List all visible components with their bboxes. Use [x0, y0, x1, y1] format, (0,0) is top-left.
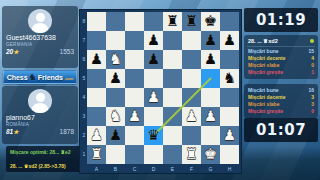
logo-text-friends: Friends [38, 74, 63, 81]
square-g2[interactable] [201, 126, 220, 145]
square-f5[interactable] [182, 69, 201, 88]
piece-black-g6[interactable]: ♟ [201, 50, 220, 69]
file-label-D: D [144, 165, 163, 173]
chessfriends-logo[interactable]: Chess ♞ Friends .com [3, 70, 77, 84]
file-label-B: B [106, 165, 125, 173]
piece-black-a6[interactable]: ♟ [87, 50, 106, 69]
piece-white-g1[interactable]: ♚ [201, 145, 220, 164]
move-header: 28. ... ♛xd2 [247, 37, 315, 47]
file-label-E: E [163, 165, 182, 173]
square-c5[interactable] [125, 69, 144, 88]
piece-white-c3[interactable]: ♟ [125, 107, 144, 126]
move-quality-dot [310, 39, 314, 43]
square-d2[interactable]: ♛ [144, 126, 163, 145]
square-e8[interactable]: ♜ [163, 12, 182, 31]
square-e3[interactable] [163, 107, 182, 126]
piece-white-d4[interactable]: ♟ [144, 88, 163, 107]
file-label-H: H [220, 165, 239, 173]
piece-black-d2[interactable]: ♛ [144, 126, 163, 145]
stat-row: Mișcări slabe0 [247, 62, 315, 69]
square-g5[interactable] [201, 69, 220, 88]
stat-row: Mișcări slabe3 [247, 101, 315, 108]
star-icon: ★ [13, 129, 18, 135]
square-h8[interactable] [220, 12, 239, 31]
square-f3[interactable]: ♟ [182, 107, 201, 126]
stat-row: Mișcări greșite0 [247, 108, 315, 115]
avatar-body-shape [32, 23, 48, 33]
square-h7[interactable]: ♟ [220, 31, 239, 50]
square-c1[interactable] [125, 145, 144, 164]
piece-black-h5[interactable]: ♞ [220, 69, 239, 88]
player-card-bottom: pianno67 ROMÂNIA 81★ 1878 [2, 86, 78, 144]
avatar [28, 9, 52, 33]
avatar-body-shape [32, 103, 48, 113]
square-f4[interactable] [182, 88, 201, 107]
logo-text-chess: Chess [7, 74, 28, 81]
piece-black-b2[interactable]: ♟ [106, 126, 125, 145]
last-move-text: 28. ... ♛xd2 [248, 38, 278, 44]
square-h1[interactable] [220, 145, 239, 164]
clock-bottom: 01:07 [244, 118, 318, 142]
square-b5[interactable]: ♟ [106, 69, 125, 88]
avatar-head-shape [36, 13, 45, 22]
piece-black-f8[interactable]: ♜ [182, 12, 201, 31]
square-d8[interactable] [144, 12, 163, 31]
square-f8[interactable]: ♜ [182, 12, 201, 31]
piece-white-h2[interactable]: ♟ [220, 126, 239, 145]
piece-white-f1[interactable]: ♜ [182, 145, 201, 164]
move-stats-top: 28. ... ♛xd2 Mișcări bune15Mișcări decen… [244, 35, 318, 79]
square-a3[interactable] [87, 107, 106, 126]
piece-white-a2[interactable]: ♟ [87, 126, 106, 145]
square-d1[interactable] [144, 145, 163, 164]
avatar-head-shape [36, 93, 45, 102]
square-b3[interactable]: ♞ [106, 107, 125, 126]
logo-text-com: .com [64, 76, 73, 81]
file-label-G: G [201, 165, 220, 173]
player-level: 81★ [6, 128, 19, 135]
square-d5[interactable] [144, 69, 163, 88]
square-a4[interactable] [87, 88, 106, 107]
piece-black-h7[interactable]: ♟ [220, 31, 239, 50]
square-d7[interactable]: ♟ [144, 31, 163, 50]
square-e5[interactable] [163, 69, 182, 88]
piece-black-g7[interactable]: ♟ [201, 31, 220, 50]
board-grid: ♜♜♚♟♟♟♟♞♟♟♟♞♟♞♟♟♟♟♟♛♟♜♜♚ [87, 12, 239, 164]
move-stats-bottom: Mișcări bune16Mișcări decente3Mișcări sl… [244, 84, 318, 118]
square-h3[interactable] [220, 107, 239, 126]
piece-black-b5[interactable]: ♟ [106, 69, 125, 88]
piece-white-a1[interactable]: ♜ [87, 145, 106, 164]
square-a5[interactable] [87, 69, 106, 88]
square-c4[interactable] [125, 88, 144, 107]
square-d3[interactable] [144, 107, 163, 126]
square-c3[interactable]: ♟ [125, 107, 144, 126]
square-b7[interactable] [106, 31, 125, 50]
piece-white-b3[interactable]: ♞ [106, 107, 125, 126]
square-d4[interactable]: ♟ [144, 88, 163, 107]
stats-bottom-rows: Mișcări bune16Mișcări decente3Mișcări sl… [247, 87, 315, 115]
star-icon: ★ [13, 49, 18, 55]
square-a7[interactable] [87, 31, 106, 50]
square-c6[interactable] [125, 50, 144, 69]
square-b6[interactable]: ♞ [106, 50, 125, 69]
stats-top-rows: Mișcări bune15Mișcări decente4Mișcări sl… [247, 48, 315, 76]
square-a2[interactable]: ♟ [87, 126, 106, 145]
player-card-top: Guest46637638 GERMANIA 20★ 1553 [2, 6, 78, 68]
square-b1[interactable] [106, 145, 125, 164]
square-c8[interactable] [125, 12, 144, 31]
square-e6[interactable] [163, 50, 182, 69]
square-e1[interactable] [163, 145, 182, 164]
square-h4[interactable] [220, 88, 239, 107]
file-label-F: F [182, 165, 201, 173]
square-g3[interactable]: ♟ [201, 107, 220, 126]
square-f6[interactable] [182, 50, 201, 69]
square-h5[interactable]: ♞ [220, 69, 239, 88]
square-e7[interactable] [163, 31, 182, 50]
square-f2[interactable] [182, 126, 201, 145]
square-f7[interactable] [182, 31, 201, 50]
piece-white-b6[interactable]: ♞ [106, 50, 125, 69]
piece-black-g8[interactable]: ♚ [201, 12, 220, 31]
stat-row: Mișcări greșite1 [247, 69, 315, 76]
piece-white-f3[interactable]: ♟ [182, 107, 201, 126]
file-label-C: C [125, 165, 144, 173]
square-g8[interactable]: ♚ [201, 12, 220, 31]
piece-black-e8[interactable]: ♜ [163, 12, 182, 31]
stat-row: Mișcări bune15 [247, 48, 315, 55]
chess-board: 87654321 ♜♜♚♟♟♟♟♞♟♟♟♞♟♞♟♟♟♟♟♛♟♜♜♚ ABCDEF… [79, 9, 242, 174]
player-rating: 1878 [60, 128, 74, 135]
square-b8[interactable] [106, 12, 125, 31]
stat-row: Mișcări decente4 [247, 55, 315, 62]
clock-top: 01:19 [244, 8, 318, 32]
square-a1[interactable]: ♜ [87, 145, 106, 164]
player-name: Guest46637638 [2, 34, 78, 41]
square-d6[interactable]: ♟ [144, 50, 163, 69]
player-level: 20★ [6, 48, 19, 55]
file-label-A: A [87, 165, 106, 173]
square-a6[interactable]: ♟ [87, 50, 106, 69]
player-rating: 1553 [60, 48, 74, 55]
square-h2[interactable]: ♟ [220, 126, 239, 145]
square-b2[interactable]: ♟ [106, 126, 125, 145]
square-a8[interactable] [87, 12, 106, 31]
knight-logo-icon: ♞ [29, 73, 37, 82]
app-window: Guest46637638 GERMANIA 20★ 1553 Chess ♞ … [0, 0, 320, 180]
square-g4[interactable] [201, 88, 220, 107]
square-e2[interactable] [163, 126, 182, 145]
stat-row: Mișcări decente3 [247, 94, 315, 101]
piece-white-g3[interactable]: ♟ [201, 107, 220, 126]
square-f1[interactable]: ♜ [182, 145, 201, 164]
square-b4[interactable] [106, 88, 125, 107]
stat-row: Mișcări bune16 [247, 87, 315, 94]
square-g6[interactable]: ♟ [201, 50, 220, 69]
square-h6[interactable] [220, 50, 239, 69]
piece-black-d7[interactable]: ♟ [144, 31, 163, 50]
square-c7[interactable] [125, 31, 144, 50]
piece-black-d6[interactable]: ♟ [144, 50, 163, 69]
avatar [28, 89, 52, 113]
player-name: pianno67 [2, 114, 78, 121]
square-e4[interactable] [163, 88, 182, 107]
square-g7[interactable]: ♟ [201, 31, 220, 50]
square-c2[interactable] [125, 126, 144, 145]
square-g1[interactable]: ♚ [201, 145, 220, 164]
